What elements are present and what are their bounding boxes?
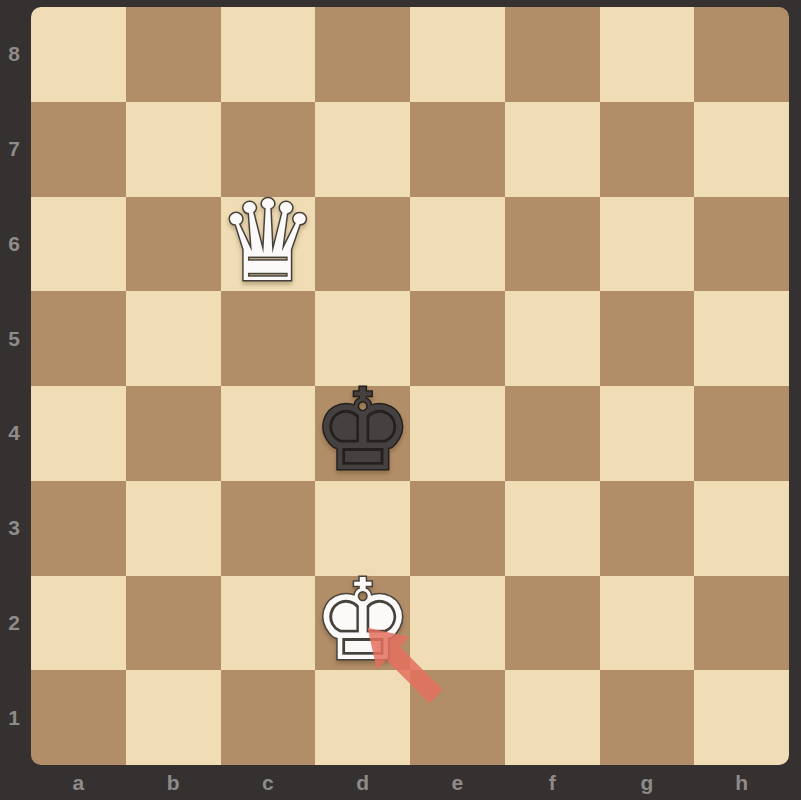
square-h2[interactable] bbox=[694, 576, 789, 671]
square-c4[interactable] bbox=[221, 386, 316, 481]
file-label-g: g bbox=[600, 765, 695, 800]
square-a3[interactable] bbox=[31, 481, 126, 576]
square-g1[interactable] bbox=[600, 670, 695, 765]
square-f7[interactable] bbox=[505, 102, 600, 197]
square-e5[interactable] bbox=[410, 291, 505, 386]
square-a2[interactable] bbox=[31, 576, 126, 671]
square-e1[interactable] bbox=[410, 670, 505, 765]
rank-label-6: 6 bbox=[0, 197, 28, 292]
square-b1[interactable] bbox=[126, 670, 221, 765]
square-a8[interactable] bbox=[31, 7, 126, 102]
chess-board: ♛♚♚ bbox=[31, 7, 789, 765]
rank-label-4: 4 bbox=[0, 386, 28, 481]
square-h4[interactable] bbox=[694, 386, 789, 481]
rank-labels: 87654321 bbox=[0, 7, 31, 765]
square-h5[interactable] bbox=[694, 291, 789, 386]
square-a5[interactable] bbox=[31, 291, 126, 386]
file-label-h: h bbox=[694, 765, 789, 800]
file-labels: abcdefgh bbox=[31, 765, 789, 800]
square-e7[interactable] bbox=[410, 102, 505, 197]
square-g2[interactable] bbox=[600, 576, 695, 671]
square-f4[interactable] bbox=[505, 386, 600, 481]
white-queen-c6[interactable]: ♛ bbox=[221, 194, 316, 289]
rank-label-5: 5 bbox=[0, 291, 28, 386]
square-c3[interactable] bbox=[221, 481, 316, 576]
square-a6[interactable] bbox=[31, 197, 126, 292]
file-label-d: d bbox=[315, 765, 410, 800]
square-e4[interactable] bbox=[410, 386, 505, 481]
square-g3[interactable] bbox=[600, 481, 695, 576]
square-h8[interactable] bbox=[694, 7, 789, 102]
square-h7[interactable] bbox=[694, 102, 789, 197]
square-e2[interactable] bbox=[410, 576, 505, 671]
square-c1[interactable] bbox=[221, 670, 316, 765]
file-label-b: b bbox=[126, 765, 221, 800]
rank-label-1: 1 bbox=[0, 670, 28, 765]
square-h1[interactable] bbox=[694, 670, 789, 765]
square-d7[interactable] bbox=[315, 102, 410, 197]
square-f1[interactable] bbox=[505, 670, 600, 765]
square-e6[interactable] bbox=[410, 197, 505, 292]
square-g6[interactable] bbox=[600, 197, 695, 292]
square-b5[interactable] bbox=[126, 291, 221, 386]
square-h6[interactable] bbox=[694, 197, 789, 292]
rank-label-2: 2 bbox=[0, 576, 28, 671]
square-d8[interactable] bbox=[315, 7, 410, 102]
square-h3[interactable] bbox=[694, 481, 789, 576]
file-label-f: f bbox=[505, 765, 600, 800]
square-f2[interactable] bbox=[505, 576, 600, 671]
file-label-e: e bbox=[410, 765, 505, 800]
square-b3[interactable] bbox=[126, 481, 221, 576]
white-king-d2[interactable]: ♚ bbox=[315, 573, 410, 668]
square-a4[interactable] bbox=[31, 386, 126, 481]
square-f5[interactable] bbox=[505, 291, 600, 386]
square-g8[interactable] bbox=[600, 7, 695, 102]
square-a1[interactable] bbox=[31, 670, 126, 765]
square-b7[interactable] bbox=[126, 102, 221, 197]
square-d6[interactable] bbox=[315, 197, 410, 292]
square-f6[interactable] bbox=[505, 197, 600, 292]
square-f3[interactable] bbox=[505, 481, 600, 576]
square-b8[interactable] bbox=[126, 7, 221, 102]
file-label-a: a bbox=[31, 765, 126, 800]
chess-app: ♛♚♚ 87654321 abcdefgh bbox=[0, 0, 801, 800]
rank-label-8: 8 bbox=[0, 7, 28, 102]
file-label-c: c bbox=[221, 765, 316, 800]
square-c2[interactable] bbox=[221, 576, 316, 671]
rank-label-3: 3 bbox=[0, 481, 28, 576]
square-g7[interactable] bbox=[600, 102, 695, 197]
square-e8[interactable] bbox=[410, 7, 505, 102]
black-king-d4[interactable]: ♚ bbox=[315, 383, 410, 478]
square-c8[interactable] bbox=[221, 7, 316, 102]
square-b6[interactable] bbox=[126, 197, 221, 292]
square-e3[interactable] bbox=[410, 481, 505, 576]
square-b4[interactable] bbox=[126, 386, 221, 481]
square-a7[interactable] bbox=[31, 102, 126, 197]
square-b2[interactable] bbox=[126, 576, 221, 671]
square-f8[interactable] bbox=[505, 7, 600, 102]
square-g4[interactable] bbox=[600, 386, 695, 481]
rank-label-7: 7 bbox=[0, 102, 28, 197]
square-g5[interactable] bbox=[600, 291, 695, 386]
